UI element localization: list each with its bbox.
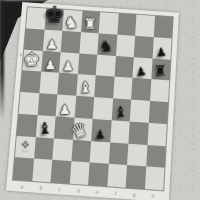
square-c3 <box>54 116 74 139</box>
square-a1 <box>13 157 34 181</box>
piece-white-pawn-c4: ♟ <box>59 103 71 116</box>
square-c6: ♟ <box>59 52 79 75</box>
square-g2 <box>127 143 147 166</box>
square-a6: ♚ <box>22 49 42 72</box>
square-c8: ♞ <box>62 10 82 32</box>
square-f1 <box>107 164 127 188</box>
file-letter-h: h <box>152 192 156 198</box>
square-g3 <box>128 121 148 144</box>
square-b1 <box>32 159 52 183</box>
square-d2 <box>71 139 91 162</box>
square-h5 <box>150 79 170 102</box>
square-c5 <box>57 73 77 96</box>
square-f7 <box>115 34 135 56</box>
square-g1 <box>126 165 146 189</box>
square-a4 <box>19 92 39 115</box>
square-f6 <box>114 55 134 78</box>
piece-white-rook-d8: ♜ <box>83 17 97 32</box>
square-b4 <box>37 93 57 116</box>
square-e7: ♞ <box>97 33 117 55</box>
square-g5 <box>131 78 151 101</box>
square-h4 <box>148 101 168 124</box>
square-f8 <box>117 13 137 35</box>
square-e6 <box>96 54 116 77</box>
piece-white-pawn-c6: ♟ <box>62 60 74 73</box>
square-a3 <box>17 114 37 137</box>
piece-white-pawn-b7: ♟ <box>46 37 58 50</box>
square-b2 <box>34 137 54 160</box>
piece-black-rook-h6: ♜ <box>153 64 167 79</box>
square-h6: ♜ <box>151 58 171 81</box>
square-f5 <box>113 77 133 100</box>
square-c7 <box>61 31 81 53</box>
square-a2: ❖♕♕ <box>15 135 35 158</box>
file-letter-d: d <box>77 187 81 193</box>
file-letter-e: e <box>96 188 100 194</box>
square-c2 <box>52 138 72 161</box>
square-a7 <box>24 28 44 50</box>
square-f4: ♝ <box>111 98 131 121</box>
square-g7 <box>134 36 154 58</box>
square-a5 <box>21 70 41 93</box>
square-e2 <box>90 141 110 164</box>
square-b6: ♟ <box>41 50 61 73</box>
square-h8 <box>153 16 172 38</box>
square-g4 <box>130 100 150 123</box>
file-letter-a: a <box>20 183 24 189</box>
board-grid: ♚♞♜♟♞♟♚♟♟♟♜♝♟♝♝♛♟❖♕♕ <box>13 7 173 190</box>
piece-black-pawn-g6: ♟ <box>135 65 147 78</box>
piece-white-bishop-d5: ♝ <box>78 81 91 96</box>
square-b3: ♝ <box>35 115 55 138</box>
piece-white-pawn-b6: ♟ <box>44 59 56 72</box>
square-e8 <box>99 12 119 34</box>
square-c4: ♟ <box>56 94 76 117</box>
file-letter-b: b <box>39 184 43 190</box>
file-letter-c: c <box>58 185 61 191</box>
square-f2 <box>108 142 128 165</box>
square-h1 <box>144 167 164 191</box>
piece-white-king-a6: ♚ <box>23 51 40 70</box>
square-g8 <box>135 15 154 37</box>
piece-black-bishop-f4: ♝ <box>113 104 127 120</box>
square-h3 <box>147 123 167 146</box>
file-letter-g: g <box>132 191 136 197</box>
piece-black-bishop-b3: ♝ <box>37 120 52 137</box>
table-edge-shadow <box>0 0 4 120</box>
square-d3: ♛ <box>73 117 93 140</box>
square-d7 <box>79 32 99 54</box>
square-e3: ♟ <box>91 119 111 142</box>
square-d5: ♝ <box>76 74 96 97</box>
piece-black-pawn-h7: ♟ <box>155 46 167 58</box>
square-a8 <box>26 7 46 29</box>
square-b8: ♚ <box>44 8 64 30</box>
square-b5 <box>39 72 59 95</box>
square-d8: ♜ <box>81 11 101 33</box>
square-e5 <box>94 76 114 99</box>
board-maker-crest: ❖♕♕ <box>20 139 31 154</box>
square-h2 <box>146 145 166 168</box>
photo-scene: © ♚♞♜♟♞♟♚♟♟♟♜♝♟♝♝♛♟❖♕♕ abcdefgh <box>0 0 200 200</box>
square-c1 <box>50 160 70 184</box>
square-d1 <box>69 161 89 185</box>
square-d6 <box>77 53 97 76</box>
square-e4 <box>93 97 113 120</box>
file-letter-f: f <box>115 189 117 195</box>
square-e1 <box>88 163 108 187</box>
piece-black-pawn-e3: ♟ <box>95 128 106 140</box>
piece-black-king-b8: ♚ <box>43 3 65 26</box>
square-d4 <box>74 96 94 119</box>
chess-board: © ♚♞♜♟♞♟♚♟♟♟♜♝♟♝♝♛♟❖♕♕ abcdefgh <box>6 2 179 200</box>
piece-white-knight-c8: ♞ <box>64 15 78 31</box>
square-f3 <box>110 120 130 143</box>
piece-black-knight-e7: ♞ <box>99 38 114 54</box>
square-b7: ♟ <box>42 29 62 51</box>
square-h7: ♟ <box>152 37 171 59</box>
square-g6: ♟ <box>132 57 152 80</box>
